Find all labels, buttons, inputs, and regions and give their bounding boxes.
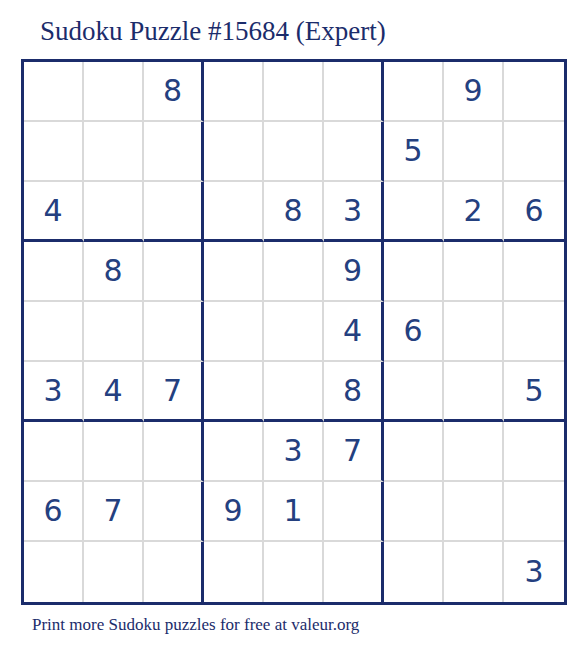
cell-r3c2-empty[interactable] [84,182,144,242]
cell-r9c9-given[interactable]: 3 [504,542,564,602]
cell-r6c5-empty[interactable] [264,362,324,422]
cell-r7c9-empty[interactable] [504,422,564,482]
cell-r9c6-empty[interactable] [324,542,384,602]
cell-r7c5-given[interactable]: 3 [264,422,324,482]
sudoku-board: 895483268946347853767913 [21,59,567,605]
cell-r6c2-given[interactable]: 4 [84,362,144,422]
cell-r7c3-empty[interactable] [144,422,204,482]
cell-r4c9-empty[interactable] [504,242,564,302]
cell-r1c1-empty[interactable] [24,62,84,122]
cell-r5c9-empty[interactable] [504,302,564,362]
cell-r8c4-given[interactable]: 9 [204,482,264,542]
cell-r1c8-given[interactable]: 9 [444,62,504,122]
cell-r1c4-empty[interactable] [204,62,264,122]
cell-r8c3-empty[interactable] [144,482,204,542]
cell-r4c7-empty[interactable] [384,242,444,302]
cell-r6c6-given[interactable]: 8 [324,362,384,422]
cell-r4c3-empty[interactable] [144,242,204,302]
cell-r3c1-given[interactable]: 4 [24,182,84,242]
cell-r7c2-empty[interactable] [84,422,144,482]
cell-r8c1-given[interactable]: 6 [24,482,84,542]
sudoku-page: Sudoku Puzzle #15684 (Expert) 8954832689… [0,0,580,651]
cell-r4c2-given[interactable]: 8 [84,242,144,302]
cell-r3c5-given[interactable]: 8 [264,182,324,242]
cell-r2c6-empty[interactable] [324,122,384,182]
cell-r5c5-empty[interactable] [264,302,324,362]
cell-r8c6-empty[interactable] [324,482,384,542]
cell-r5c2-empty[interactable] [84,302,144,362]
cell-r8c8-empty[interactable] [444,482,504,542]
cell-r9c3-empty[interactable] [144,542,204,602]
cell-r2c4-empty[interactable] [204,122,264,182]
cell-r9c2-empty[interactable] [84,542,144,602]
cell-r8c5-given[interactable]: 1 [264,482,324,542]
cell-r5c3-empty[interactable] [144,302,204,362]
cell-r1c5-empty[interactable] [264,62,324,122]
footer-text: Print more Sudoku puzzles for free at va… [32,615,359,635]
cell-r8c7-empty[interactable] [384,482,444,542]
cell-r6c8-empty[interactable] [444,362,504,422]
cell-r2c7-given[interactable]: 5 [384,122,444,182]
cell-r2c2-empty[interactable] [84,122,144,182]
cell-r7c1-empty[interactable] [24,422,84,482]
cell-r6c9-given[interactable]: 5 [504,362,564,422]
cell-r3c3-empty[interactable] [144,182,204,242]
cell-r4c1-empty[interactable] [24,242,84,302]
cell-r2c5-empty[interactable] [264,122,324,182]
cell-r6c7-empty[interactable] [384,362,444,422]
cell-r5c8-empty[interactable] [444,302,504,362]
cell-r8c9-empty[interactable] [504,482,564,542]
cell-r3c8-given[interactable]: 2 [444,182,504,242]
cell-r4c5-empty[interactable] [264,242,324,302]
cell-r5c7-given[interactable]: 6 [384,302,444,362]
cell-r2c3-empty[interactable] [144,122,204,182]
cell-r5c1-empty[interactable] [24,302,84,362]
cell-r7c7-empty[interactable] [384,422,444,482]
cell-r2c9-empty[interactable] [504,122,564,182]
cell-r9c8-empty[interactable] [444,542,504,602]
cell-r4c6-given[interactable]: 9 [324,242,384,302]
cell-r9c5-empty[interactable] [264,542,324,602]
cell-r7c4-empty[interactable] [204,422,264,482]
cell-r1c2-empty[interactable] [84,62,144,122]
cell-r9c4-empty[interactable] [204,542,264,602]
cell-r6c4-empty[interactable] [204,362,264,422]
page-title: Sudoku Puzzle #15684 (Expert) [40,16,386,47]
cell-r5c6-given[interactable]: 4 [324,302,384,362]
cell-r3c4-empty[interactable] [204,182,264,242]
cell-r2c8-empty[interactable] [444,122,504,182]
cell-r1c6-empty[interactable] [324,62,384,122]
cell-r8c2-given[interactable]: 7 [84,482,144,542]
cell-r3c7-empty[interactable] [384,182,444,242]
cell-r4c8-empty[interactable] [444,242,504,302]
cell-r6c1-given[interactable]: 3 [24,362,84,422]
cell-r1c9-empty[interactable] [504,62,564,122]
cell-r7c8-empty[interactable] [444,422,504,482]
cell-r2c1-empty[interactable] [24,122,84,182]
cell-r7c6-given[interactable]: 7 [324,422,384,482]
cell-r5c4-empty[interactable] [204,302,264,362]
cell-r3c9-given[interactable]: 6 [504,182,564,242]
cell-r1c3-given[interactable]: 8 [144,62,204,122]
cell-r6c3-given[interactable]: 7 [144,362,204,422]
cell-r9c7-empty[interactable] [384,542,444,602]
cell-r4c4-empty[interactable] [204,242,264,302]
cell-r3c6-given[interactable]: 3 [324,182,384,242]
cell-r9c1-empty[interactable] [24,542,84,602]
cell-r1c7-empty[interactable] [384,62,444,122]
